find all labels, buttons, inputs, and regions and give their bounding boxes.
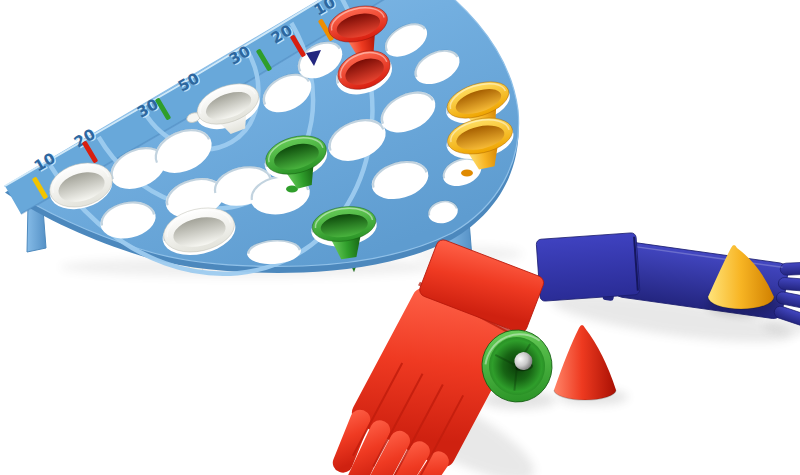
- blue-glove-flap-plate: [536, 233, 640, 302]
- blue-glove-flap[interactable]: [536, 233, 640, 302]
- photo-stage: 1010202030305050303020201010: [0, 0, 800, 475]
- cone-red-loose[interactable]: [554, 325, 616, 400]
- yellow-cone-tip-through-hole: [461, 170, 473, 177]
- blue-glove-finger: [780, 262, 800, 276]
- game-scene: 1010202030305050303020201010: [0, 0, 800, 475]
- cone-body: [554, 325, 616, 400]
